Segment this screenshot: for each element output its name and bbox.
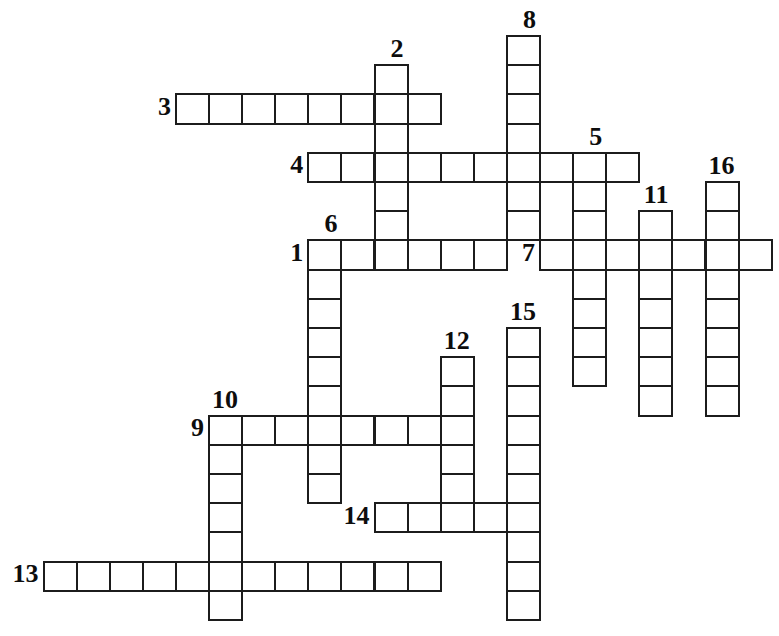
- cell-r14-c12[interactable]: [440, 444, 475, 475]
- cell-r7-c13[interactable]: [473, 239, 508, 270]
- clue-number-16: 16: [709, 153, 735, 179]
- cell-r9-c20[interactable]: [705, 298, 740, 329]
- cell-r7-c10[interactable]: [374, 239, 409, 270]
- cell-r2-c9[interactable]: [340, 93, 375, 124]
- cell-r18-c11[interactable]: [407, 561, 442, 592]
- cell-r14-c5[interactable]: [208, 444, 243, 475]
- cell-r13-c9[interactable]: [340, 415, 375, 446]
- cell-r2-c6[interactable]: [241, 93, 276, 124]
- cell-r15-c8[interactable]: [307, 473, 342, 504]
- clue-number-15: 15: [510, 299, 536, 325]
- cell-r7-c17[interactable]: [605, 239, 640, 270]
- cell-r18-c4[interactable]: [175, 561, 210, 592]
- cell-r14-c14[interactable]: [506, 444, 541, 475]
- clue-number-8: 8: [523, 7, 536, 33]
- cell-r4-c11[interactable]: [407, 152, 442, 183]
- cell-r11-c14[interactable]: [506, 356, 541, 387]
- cell-r5-c10[interactable]: [374, 181, 409, 212]
- cell-r11-c18[interactable]: [638, 356, 673, 387]
- cell-r14-c8[interactable]: [307, 444, 342, 475]
- clue-number-2: 2: [391, 36, 404, 62]
- cell-r1-c14[interactable]: [506, 64, 541, 95]
- cell-r7-c21[interactable]: [738, 239, 773, 270]
- cell-r2-c10[interactable]: [374, 93, 409, 124]
- clue-number-4: 4: [290, 153, 303, 179]
- cell-r4-c10[interactable]: [374, 152, 409, 183]
- cell-r19-c5[interactable]: [208, 590, 243, 621]
- clue-number-12: 12: [444, 328, 470, 354]
- clue-number-3: 3: [158, 94, 171, 120]
- cell-r7-c16[interactable]: [572, 239, 607, 270]
- cell-r16-c12[interactable]: [440, 502, 475, 533]
- cell-r8-c8[interactable]: [307, 269, 342, 300]
- cell-r4-c16[interactable]: [572, 152, 607, 183]
- cell-r16-c10[interactable]: [374, 502, 409, 533]
- cell-r10-c16[interactable]: [572, 327, 607, 358]
- cell-r18-c8[interactable]: [307, 561, 342, 592]
- cell-r18-c5[interactable]: [208, 561, 243, 592]
- cell-r6-c18[interactable]: [638, 210, 673, 241]
- cell-r4-c15[interactable]: [539, 152, 574, 183]
- clue-number-10: 10: [212, 387, 238, 413]
- cell-r2-c14[interactable]: [506, 93, 541, 124]
- cell-r13-c14[interactable]: [506, 415, 541, 446]
- cell-r4-c9[interactable]: [340, 152, 375, 183]
- cell-r11-c16[interactable]: [572, 356, 607, 387]
- cell-r6-c14[interactable]: [506, 210, 541, 241]
- crossword-board: 12345678910111213141516: [0, 0, 779, 636]
- cell-r13-c11[interactable]: [407, 415, 442, 446]
- cell-r16-c5[interactable]: [208, 502, 243, 533]
- cell-r18-c1[interactable]: [76, 561, 111, 592]
- cell-r7-c20[interactable]: [705, 239, 740, 270]
- cell-r10-c20[interactable]: [705, 327, 740, 358]
- cell-r2-c7[interactable]: [274, 93, 309, 124]
- cell-r13-c7[interactable]: [274, 415, 309, 446]
- clue-number-7: 7: [522, 240, 535, 266]
- clue-number-5: 5: [589, 124, 602, 150]
- cell-r16-c13[interactable]: [473, 502, 508, 533]
- cell-r2-c11[interactable]: [407, 93, 442, 124]
- cell-r12-c14[interactable]: [506, 385, 541, 416]
- cell-r18-c10[interactable]: [374, 561, 409, 592]
- cell-r8-c20[interactable]: [705, 269, 740, 300]
- cell-r8-c18[interactable]: [638, 269, 673, 300]
- cell-r11-c12[interactable]: [440, 356, 475, 387]
- cell-r7-c15[interactable]: [539, 239, 574, 270]
- cell-r7-c11[interactable]: [407, 239, 442, 270]
- cell-r13-c5[interactable]: [208, 415, 243, 446]
- cell-r3-c10[interactable]: [374, 123, 409, 154]
- cell-r12-c18[interactable]: [638, 385, 673, 416]
- cell-r5-c16[interactable]: [572, 181, 607, 212]
- cell-r12-c12[interactable]: [440, 385, 475, 416]
- cell-r7-c19[interactable]: [671, 239, 706, 270]
- cell-r15-c5[interactable]: [208, 473, 243, 504]
- clue-number-13: 13: [13, 562, 39, 588]
- cell-r4-c17[interactable]: [605, 152, 640, 183]
- cell-r0-c14[interactable]: [506, 35, 541, 66]
- cell-r2-c4[interactable]: [175, 93, 210, 124]
- cell-r2-c5[interactable]: [208, 93, 243, 124]
- cell-r12-c8[interactable]: [307, 385, 342, 416]
- cell-r5-c14[interactable]: [506, 181, 541, 212]
- cell-r18-c7[interactable]: [274, 561, 309, 592]
- cell-r9-c16[interactable]: [572, 298, 607, 329]
- cell-r6-c20[interactable]: [705, 210, 740, 241]
- cell-r13-c12[interactable]: [440, 415, 475, 446]
- cell-r19-c14[interactable]: [506, 590, 541, 621]
- cell-r7-c18[interactable]: [638, 239, 673, 270]
- cell-r18-c0[interactable]: [43, 561, 78, 592]
- cell-r4-c14[interactable]: [506, 152, 541, 183]
- cell-r6-c10[interactable]: [374, 210, 409, 241]
- cell-r8-c16[interactable]: [572, 269, 607, 300]
- cell-r18-c14[interactable]: [506, 561, 541, 592]
- cell-r17-c5[interactable]: [208, 531, 243, 562]
- clue-number-9: 9: [191, 416, 204, 442]
- cell-r15-c12[interactable]: [440, 473, 475, 504]
- cell-r9-c8[interactable]: [307, 298, 342, 329]
- cell-r16-c14[interactable]: [506, 502, 541, 533]
- cell-r13-c10[interactable]: [374, 415, 409, 446]
- cell-r10-c18[interactable]: [638, 327, 673, 358]
- clue-number-6: 6: [324, 211, 337, 237]
- cell-r10-c8[interactable]: [307, 327, 342, 358]
- cell-r6-c16[interactable]: [572, 210, 607, 241]
- cell-r13-c8[interactable]: [307, 415, 342, 446]
- cell-r18-c6[interactable]: [241, 561, 276, 592]
- cell-r18-c9[interactable]: [340, 561, 375, 592]
- cell-r11-c8[interactable]: [307, 356, 342, 387]
- cell-r7-c12[interactable]: [440, 239, 475, 270]
- cell-r2-c8[interactable]: [307, 93, 342, 124]
- clue-number-14: 14: [344, 503, 370, 529]
- cell-r18-c2[interactable]: [109, 561, 144, 592]
- cell-r10-c14[interactable]: [506, 327, 541, 358]
- cell-r4-c13[interactable]: [473, 152, 508, 183]
- cell-r17-c14[interactable]: [506, 531, 541, 562]
- cell-r3-c14[interactable]: [506, 123, 541, 154]
- cell-r9-c18[interactable]: [638, 298, 673, 329]
- clue-number-11: 11: [644, 182, 669, 208]
- clue-number-1: 1: [290, 240, 303, 266]
- cell-r12-c20[interactable]: [705, 385, 740, 416]
- cell-r5-c20[interactable]: [705, 181, 740, 212]
- cell-r7-c9[interactable]: [340, 239, 375, 270]
- cell-r11-c20[interactable]: [705, 356, 740, 387]
- cell-r4-c8[interactable]: [307, 152, 342, 183]
- cell-r1-c10[interactable]: [374, 64, 409, 95]
- cell-r15-c14[interactable]: [506, 473, 541, 504]
- cell-r16-c11[interactable]: [407, 502, 442, 533]
- cell-r4-c12[interactable]: [440, 152, 475, 183]
- cell-r13-c6[interactable]: [241, 415, 276, 446]
- cell-r7-c8[interactable]: [307, 239, 342, 270]
- cell-r18-c3[interactable]: [142, 561, 177, 592]
